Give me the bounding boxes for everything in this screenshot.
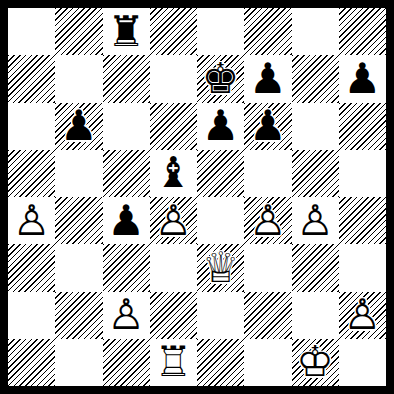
piece-white-king: ♚♔ <box>292 339 339 386</box>
square-e7[interactable]: ♚♚ <box>197 55 244 102</box>
piece-white-queen: ♛♕ <box>197 244 244 291</box>
piece-white-pawn: ♟♙ <box>150 197 197 244</box>
square-d3[interactable] <box>150 244 197 291</box>
piece-black-pawn: ♟♟ <box>244 55 291 102</box>
square-g8[interactable] <box>292 8 339 55</box>
square-f6[interactable]: ♟♟ <box>244 103 291 150</box>
square-g6[interactable] <box>292 103 339 150</box>
square-g3[interactable] <box>292 244 339 291</box>
square-b7[interactable] <box>55 55 102 102</box>
square-a1[interactable] <box>8 339 55 386</box>
square-b6[interactable]: ♟♟ <box>55 103 102 150</box>
square-e8[interactable] <box>197 8 244 55</box>
square-c8[interactable]: ♜♜ <box>103 8 150 55</box>
square-f7[interactable]: ♟♟ <box>244 55 291 102</box>
chess-board: ♜♜♚♚♟♟♟♟♟♟♟♟♟♟♝♝♟♙♟♟♟♙♟♙♟♙♛♕♟♙♟♙♜♖♚♔ <box>8 8 386 386</box>
square-f8[interactable] <box>244 8 291 55</box>
piece-black-pawn: ♟♟ <box>339 55 386 102</box>
square-d8[interactable] <box>150 8 197 55</box>
square-e3[interactable]: ♛♕ <box>197 244 244 291</box>
square-b2[interactable] <box>55 292 102 339</box>
square-a8[interactable] <box>8 8 55 55</box>
square-f3[interactable] <box>244 244 291 291</box>
chess-diagram: ♜♜♚♚♟♟♟♟♟♟♟♟♟♟♝♝♟♙♟♟♟♙♟♙♟♙♛♕♟♙♟♙♜♖♚♔ <box>0 0 394 394</box>
square-c4[interactable]: ♟♟ <box>103 197 150 244</box>
square-e5[interactable] <box>197 150 244 197</box>
square-g2[interactable] <box>292 292 339 339</box>
square-b3[interactable] <box>55 244 102 291</box>
square-c5[interactable] <box>103 150 150 197</box>
square-c1[interactable] <box>103 339 150 386</box>
square-d2[interactable] <box>150 292 197 339</box>
square-a3[interactable] <box>8 244 55 291</box>
square-h2[interactable]: ♟♙ <box>339 292 386 339</box>
square-d4[interactable]: ♟♙ <box>150 197 197 244</box>
square-h7[interactable]: ♟♟ <box>339 55 386 102</box>
square-e1[interactable] <box>197 339 244 386</box>
piece-white-rook: ♜♖ <box>150 339 197 386</box>
piece-white-pawn: ♟♙ <box>8 197 55 244</box>
square-h3[interactable] <box>339 244 386 291</box>
square-c3[interactable] <box>103 244 150 291</box>
piece-black-pawn: ♟♟ <box>103 197 150 244</box>
piece-white-pawn: ♟♙ <box>103 292 150 339</box>
square-e2[interactable] <box>197 292 244 339</box>
square-b8[interactable] <box>55 8 102 55</box>
square-e4[interactable] <box>197 197 244 244</box>
piece-white-pawn: ♟♙ <box>292 197 339 244</box>
square-g4[interactable]: ♟♙ <box>292 197 339 244</box>
square-d5[interactable]: ♝♝ <box>150 150 197 197</box>
piece-white-pawn: ♟♙ <box>244 197 291 244</box>
square-g7[interactable] <box>292 55 339 102</box>
square-a4[interactable]: ♟♙ <box>8 197 55 244</box>
square-d1[interactable]: ♜♖ <box>150 339 197 386</box>
square-h5[interactable] <box>339 150 386 197</box>
piece-black-pawn: ♟♟ <box>55 103 102 150</box>
piece-white-pawn: ♟♙ <box>339 292 386 339</box>
square-b1[interactable] <box>55 339 102 386</box>
square-a5[interactable] <box>8 150 55 197</box>
square-a2[interactable] <box>8 292 55 339</box>
square-a6[interactable] <box>8 103 55 150</box>
square-f1[interactable] <box>244 339 291 386</box>
square-a7[interactable] <box>8 55 55 102</box>
square-d6[interactable] <box>150 103 197 150</box>
square-c7[interactable] <box>103 55 150 102</box>
square-h6[interactable] <box>339 103 386 150</box>
square-f2[interactable] <box>244 292 291 339</box>
square-c6[interactable] <box>103 103 150 150</box>
square-e6[interactable]: ♟♟ <box>197 103 244 150</box>
square-b4[interactable] <box>55 197 102 244</box>
piece-black-rook: ♜♜ <box>103 8 150 55</box>
square-g5[interactable] <box>292 150 339 197</box>
square-b5[interactable] <box>55 150 102 197</box>
square-h1[interactable] <box>339 339 386 386</box>
piece-black-pawn: ♟♟ <box>197 103 244 150</box>
square-c2[interactable]: ♟♙ <box>103 292 150 339</box>
piece-black-king: ♚♚ <box>197 55 244 102</box>
square-f5[interactable] <box>244 150 291 197</box>
piece-black-bishop: ♝♝ <box>150 150 197 197</box>
square-f4[interactable]: ♟♙ <box>244 197 291 244</box>
piece-black-pawn: ♟♟ <box>244 103 291 150</box>
square-h8[interactable] <box>339 8 386 55</box>
square-d7[interactable] <box>150 55 197 102</box>
square-g1[interactable]: ♚♔ <box>292 339 339 386</box>
square-h4[interactable] <box>339 197 386 244</box>
